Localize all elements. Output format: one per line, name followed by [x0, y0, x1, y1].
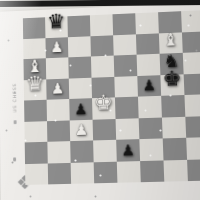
- square-d2[interactable]: ♟: [46, 78, 69, 100]
- square-e3[interactable]: ♟: [69, 98, 92, 120]
- us-chess-edge-label: US CHESS: [12, 68, 17, 113]
- square-b3[interactable]: [68, 36, 91, 58]
- square-g6[interactable]: [139, 138, 163, 160]
- square-e8[interactable]: [184, 94, 200, 116]
- square-h3[interactable]: [71, 162, 95, 184]
- piece-black-king[interactable]: ♚: [162, 69, 182, 90]
- square-g1[interactable]: [25, 142, 48, 164]
- piece-black-pawn[interactable]: ♟: [142, 78, 156, 93]
- square-c5[interactable]: [114, 55, 138, 77]
- square-c2[interactable]: [46, 57, 69, 79]
- piece-white-pawn[interactable]: ♟: [51, 82, 65, 97]
- square-c3[interactable]: [68, 56, 91, 78]
- square-e2[interactable]: [47, 99, 70, 121]
- square-h6[interactable]: [140, 160, 164, 182]
- square-b5[interactable]: [113, 34, 136, 56]
- square-c6[interactable]: [137, 54, 161, 76]
- square-g8[interactable]: [186, 137, 200, 159]
- board-photo: US CHESS ❖ ♛♟♝♝♞♛♟♟♚♟♚♟♟: [0, 0, 200, 200]
- square-g3[interactable]: [70, 140, 93, 162]
- piece-white-king[interactable]: ♚: [94, 92, 113, 113]
- square-a4[interactable]: [90, 14, 113, 36]
- square-h4[interactable]: [94, 161, 118, 183]
- square-e5[interactable]: [115, 97, 139, 119]
- square-f1[interactable]: [24, 121, 47, 143]
- square-f6[interactable]: [139, 117, 163, 139]
- square-h8[interactable]: [187, 159, 200, 181]
- piece-black-pawn[interactable]: ♟: [121, 143, 135, 158]
- square-d8[interactable]: [184, 73, 200, 95]
- square-g5[interactable]: ♟: [116, 139, 140, 161]
- square-f5[interactable]: [116, 118, 140, 140]
- square-h1[interactable]: [25, 163, 48, 185]
- square-d1[interactable]: ♛: [24, 79, 47, 101]
- square-f8[interactable]: [185, 116, 200, 138]
- piece-white-bishop[interactable]: ♝: [162, 31, 179, 49]
- square-e1[interactable]: [24, 100, 47, 122]
- square-a3[interactable]: [67, 15, 90, 36]
- square-a1[interactable]: [23, 17, 46, 38]
- chess-board: US CHESS ❖ ♛♟♝♝♞♛♟♟♚♟♚♟♟: [0, 2, 200, 200]
- square-h2[interactable]: [48, 162, 71, 184]
- square-e4[interactable]: ♚: [92, 97, 116, 119]
- square-b6[interactable]: [136, 33, 160, 55]
- square-c4[interactable]: [91, 56, 114, 78]
- square-g2[interactable]: [47, 141, 70, 163]
- square-b4[interactable]: [90, 35, 113, 57]
- piece-white-pawn[interactable]: ♟: [50, 40, 63, 55]
- margin-coordinate-mark: [14, 120, 17, 124]
- square-g7[interactable]: [163, 138, 187, 160]
- square-f4[interactable]: [93, 119, 117, 141]
- square-d3[interactable]: [69, 77, 92, 99]
- square-f7[interactable]: [162, 116, 186, 138]
- square-h5[interactable]: [117, 161, 141, 183]
- square-e7[interactable]: [161, 95, 185, 117]
- square-g4[interactable]: [93, 140, 117, 162]
- square-a8[interactable]: [181, 10, 200, 32]
- square-a5[interactable]: [112, 13, 135, 35]
- square-f3[interactable]: ♟: [70, 119, 93, 141]
- square-a2[interactable]: ♛: [45, 16, 68, 37]
- square-e6[interactable]: [138, 96, 162, 118]
- board-squares: ♛♟♝♝♞♛♟♟♚♟♚♟♟: [23, 10, 200, 185]
- margin-coordinate-mark: [13, 157, 16, 161]
- square-d6[interactable]: ♟: [137, 75, 161, 97]
- square-b2[interactable]: ♟: [45, 37, 68, 58]
- square-d5[interactable]: [114, 76, 138, 98]
- square-d7[interactable]: ♚: [160, 74, 184, 96]
- square-f2[interactable]: [47, 120, 70, 142]
- piece-black-pawn[interactable]: ♟: [74, 102, 88, 117]
- square-b8[interactable]: [182, 31, 200, 53]
- piece-white-queen[interactable]: ♛: [26, 74, 45, 95]
- square-h7[interactable]: [163, 159, 187, 181]
- piece-black-queen[interactable]: ♛: [47, 11, 66, 32]
- square-c8[interactable]: [183, 52, 200, 74]
- piece-white-pawn[interactable]: ♟: [75, 123, 89, 138]
- square-a6[interactable]: [135, 12, 159, 34]
